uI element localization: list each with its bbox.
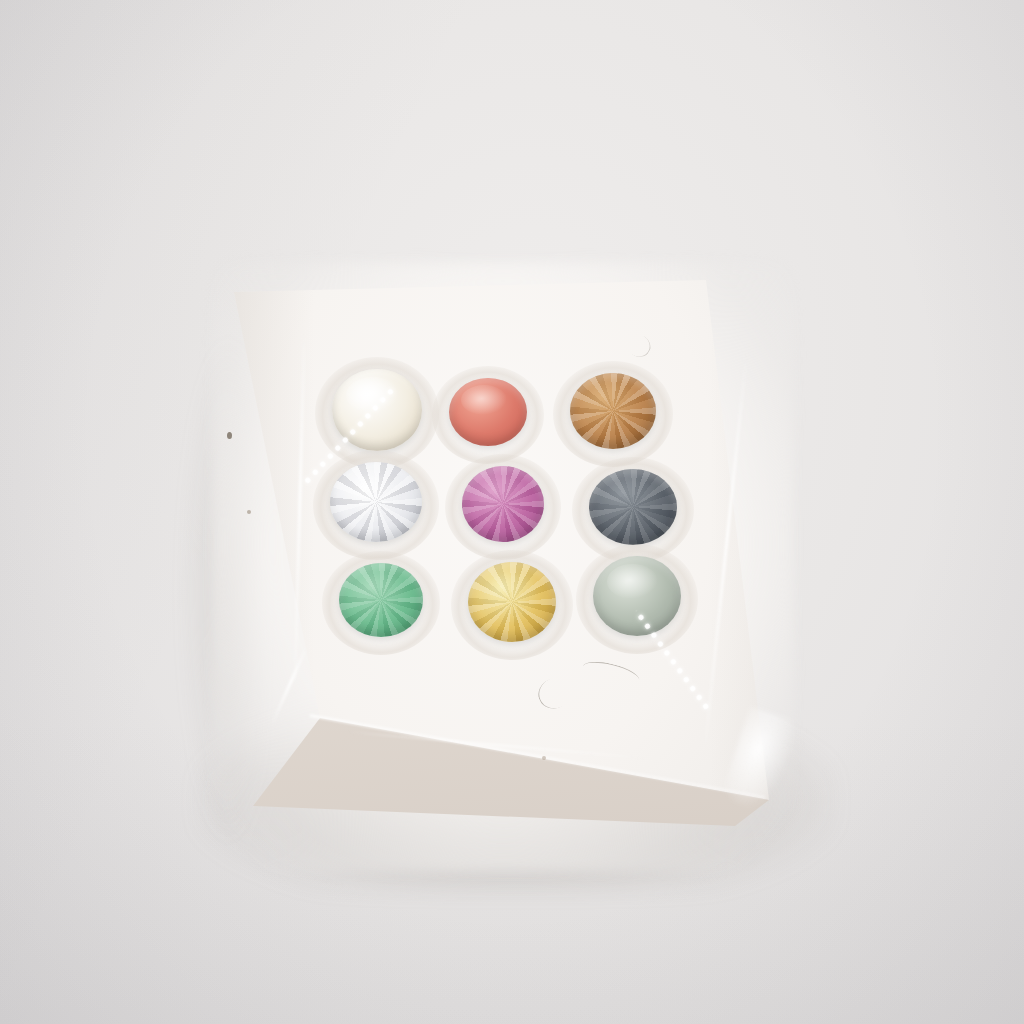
gem-red-coral (449, 378, 527, 446)
gem-hessonite-garnet (570, 373, 656, 449)
gem-emerald (339, 563, 423, 637)
gem-blue-sapphire (589, 469, 677, 545)
gem-facets (468, 562, 556, 642)
gem-diamond (330, 462, 422, 542)
gem-facets (589, 469, 677, 545)
dust-speck (542, 756, 546, 760)
gem-dome-highlight (607, 564, 658, 599)
photo-background (0, 0, 1024, 1024)
gem-facets (339, 563, 423, 637)
gem-yellow-sapphire (468, 562, 556, 642)
dust-speck (247, 510, 251, 514)
gem-dome-highlight (461, 385, 506, 415)
gem-facets (570, 373, 656, 449)
gem-facets (462, 466, 544, 542)
gem-ruby (462, 466, 544, 542)
gem-facets (330, 462, 422, 542)
gem-tray (226, 274, 776, 866)
dust-speck (227, 432, 232, 439)
